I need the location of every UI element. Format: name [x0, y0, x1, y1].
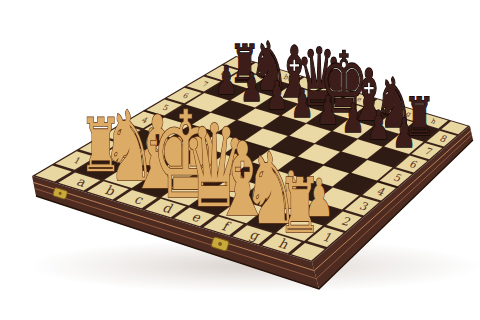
black-pawn-g7: ♟	[367, 103, 390, 149]
wooden-chess-set-photo: aabbccddeeffgghh8877665544332211 ♜♞♝♛♚♝♞…	[0, 0, 480, 320]
black-pawn-h7: ♟	[392, 110, 415, 156]
black-pawn-d7: ♟	[291, 80, 314, 126]
product-photo-stage: aabbccddeeffgghh8877665544332211 ♜♞♝♛♚♝♞…	[0, 0, 480, 320]
white-rook-h1: ♜	[278, 162, 322, 250]
black-pawn-f7: ♟	[341, 95, 364, 141]
black-pawn-c7: ♟	[266, 72, 289, 118]
black-pawn-e7: ♟	[316, 87, 339, 133]
